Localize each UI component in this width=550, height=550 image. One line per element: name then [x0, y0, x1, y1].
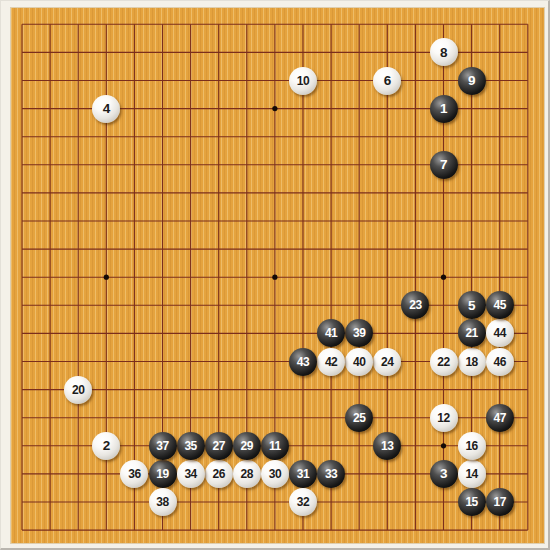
move-number: 30: [269, 467, 281, 479]
stone-black[interactable]: 9: [458, 67, 486, 95]
move-number: 1: [440, 101, 447, 115]
stone-black[interactable]: 33: [317, 460, 345, 488]
stone-black[interactable]: 3: [430, 460, 458, 488]
move-number: 39: [353, 327, 365, 339]
move-number: 42: [325, 355, 337, 367]
move-number: 38: [156, 496, 168, 508]
stone-black[interactable]: 15: [458, 488, 486, 516]
stone-white[interactable]: 40: [345, 348, 373, 376]
move-number: 22: [437, 355, 449, 367]
stone-white[interactable]: 44: [486, 319, 514, 347]
stone-black[interactable]: 29: [233, 432, 261, 460]
move-number: 23: [409, 299, 421, 311]
stone-white[interactable]: 34: [177, 460, 205, 488]
stone-black[interactable]: 7: [430, 151, 458, 179]
move-number: 4: [103, 101, 110, 115]
move-number: 8: [440, 45, 447, 59]
move-number: 37: [156, 439, 168, 451]
star-point: [272, 275, 277, 280]
move-number: 26: [213, 467, 225, 479]
star-point: [441, 443, 446, 448]
move-number: 12: [437, 411, 449, 423]
stone-black[interactable]: 31: [289, 460, 317, 488]
move-number: 20: [72, 383, 84, 395]
stone-white[interactable]: 28: [233, 460, 261, 488]
stone-black[interactable]: 43: [289, 348, 317, 376]
stone-black[interactable]: 27: [205, 432, 233, 460]
stone-black[interactable]: 19: [149, 460, 177, 488]
move-number: 3: [440, 467, 447, 481]
move-number: 41: [325, 327, 337, 339]
move-number: 2: [103, 439, 110, 453]
move-number: 18: [465, 355, 477, 367]
stone-white[interactable]: 18: [458, 348, 486, 376]
stone-black[interactable]: 11: [261, 432, 289, 460]
move-number: 35: [184, 439, 196, 451]
go-board-diagram: 1234567891011121314151617181920212223242…: [0, 0, 550, 550]
move-number: 21: [465, 327, 477, 339]
move-number: 11: [269, 439, 281, 451]
stone-white[interactable]: 30: [261, 460, 289, 488]
move-number: 16: [465, 439, 477, 451]
stone-black[interactable]: 5: [458, 291, 486, 319]
move-number: 6: [384, 73, 391, 87]
stone-white[interactable]: 32: [289, 488, 317, 516]
stone-white[interactable]: 24: [373, 348, 401, 376]
stone-white[interactable]: 10: [289, 67, 317, 95]
stone-white[interactable]: 14: [458, 460, 486, 488]
move-number: 17: [494, 496, 506, 508]
stone-black[interactable]: 45: [486, 291, 514, 319]
move-number: 46: [494, 355, 506, 367]
move-number: 45: [494, 299, 506, 311]
move-number: 44: [494, 327, 506, 339]
move-number: 24: [381, 355, 393, 367]
star-point: [272, 106, 277, 111]
stone-black[interactable]: 35: [177, 432, 205, 460]
stone-white[interactable]: 2: [92, 432, 120, 460]
move-number: 9: [468, 73, 475, 87]
stone-white[interactable]: 22: [430, 348, 458, 376]
move-number: 36: [128, 467, 140, 479]
stone-white[interactable]: 16: [458, 432, 486, 460]
stone-white[interactable]: 42: [317, 348, 345, 376]
move-number: 14: [465, 467, 477, 479]
stone-white[interactable]: 20: [64, 376, 92, 404]
move-number: 15: [465, 496, 477, 508]
move-number: 5: [468, 298, 475, 312]
stone-black[interactable]: 1: [430, 95, 458, 123]
stone-black[interactable]: 13: [373, 432, 401, 460]
move-number: 10: [297, 74, 309, 86]
stone-white[interactable]: 46: [486, 348, 514, 376]
move-number: 7: [440, 158, 447, 172]
stone-black[interactable]: 47: [486, 404, 514, 432]
goban[interactable]: 1234567891011121314151617181920212223242…: [11, 8, 544, 543]
stone-black[interactable]: 37: [149, 432, 177, 460]
stone-black[interactable]: 21: [458, 319, 486, 347]
move-number: 28: [241, 467, 253, 479]
move-number: 43: [297, 355, 309, 367]
move-number: 47: [494, 411, 506, 423]
stone-white[interactable]: 38: [149, 488, 177, 516]
stone-black[interactable]: 17: [486, 488, 514, 516]
move-number: 32: [297, 496, 309, 508]
move-number: 13: [381, 439, 393, 451]
stone-white[interactable]: 12: [430, 404, 458, 432]
move-number: 40: [353, 355, 365, 367]
move-number: 19: [156, 467, 168, 479]
stone-white[interactable]: 6: [373, 67, 401, 95]
move-number: 29: [241, 439, 253, 451]
stone-white[interactable]: 26: [205, 460, 233, 488]
move-number: 27: [213, 439, 225, 451]
stone-white[interactable]: 8: [430, 38, 458, 66]
move-number: 34: [184, 467, 196, 479]
star-point: [441, 275, 446, 280]
stone-black[interactable]: 25: [345, 404, 373, 432]
stone-white[interactable]: 4: [92, 95, 120, 123]
move-number: 31: [297, 467, 309, 479]
move-number: 25: [353, 411, 365, 423]
move-number: 33: [325, 467, 337, 479]
star-point: [104, 275, 109, 280]
